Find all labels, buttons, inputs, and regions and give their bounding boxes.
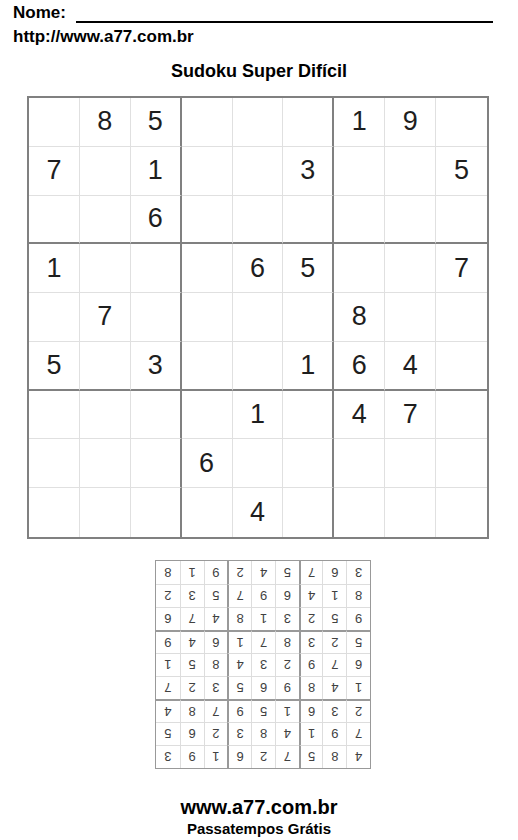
- puzzle-cell-r5c4[interactable]: [182, 293, 233, 342]
- puzzle-cell-r5c6[interactable]: [283, 293, 334, 342]
- site-url: http://www.a77.com.br: [13, 26, 194, 47]
- puzzle-cell-r7c3[interactable]: [131, 391, 182, 440]
- solution-cell-r9c4: 5: [275, 561, 299, 584]
- solution-cell-r5c7: 8: [204, 653, 228, 676]
- solution-cell-r9c9: 8: [156, 561, 180, 584]
- solution-cell-r3c7: 7: [204, 699, 228, 722]
- solution-cell-r1c6: 6: [227, 745, 251, 768]
- solution-cell-r4c7: 3: [204, 676, 228, 699]
- puzzle-cell-r2c7[interactable]: [334, 147, 385, 196]
- solution-cell-r4c9: 7: [156, 676, 180, 699]
- solution-cell-r2c7: 2: [204, 722, 228, 745]
- solution-cell-r1c2: 8: [322, 745, 346, 768]
- puzzle-cell-r7c1[interactable]: [29, 391, 80, 440]
- puzzle-cell-r6c9[interactable]: [436, 342, 487, 391]
- solution-cell-r8c1: 8: [346, 584, 370, 607]
- solution-cell-r4c2: 4: [322, 676, 346, 699]
- solution-cell-r5c4: 2: [275, 653, 299, 676]
- solution-cell-r8c9: 2: [156, 584, 180, 607]
- solution-cell-r5c1: 6: [346, 653, 370, 676]
- solution-cell-r5c8: 5: [180, 653, 204, 676]
- puzzle-cell-r7c5: 1: [233, 391, 284, 440]
- puzzle-cell-r6c8: 4: [385, 342, 436, 391]
- solution-cell-r8c7: 5: [204, 584, 228, 607]
- solution-cell-r2c4: 4: [275, 722, 299, 745]
- solution-cell-r4c3: 8: [299, 676, 323, 699]
- footer-url: www.a77.com.br: [0, 796, 518, 819]
- puzzle-cell-r2c3: 1: [131, 147, 182, 196]
- footer-tagline: Passatempos Grátis: [0, 820, 518, 837]
- solution-cell-r6c2: 2: [322, 630, 346, 653]
- puzzle-cell-r4c8[interactable]: [385, 244, 436, 293]
- puzzle-cell-r8c9[interactable]: [436, 439, 487, 488]
- solution-cell-r8c6: 7: [227, 584, 251, 607]
- solution-cell-r7c8: 7: [180, 607, 204, 630]
- solution-cell-r7c2: 5: [322, 607, 346, 630]
- puzzle-cell-r2c9: 5: [436, 147, 487, 196]
- puzzle-cell-r4c9: 7: [436, 244, 487, 293]
- solution-cell-r7c6: 8: [227, 607, 251, 630]
- puzzle-cell-r5c5[interactable]: [233, 293, 284, 342]
- solution-cell-r1c1: 4: [346, 745, 370, 768]
- puzzle-cell-r6c7: 6: [334, 342, 385, 391]
- sudoku-board: 8519713561657785316414764: [27, 96, 489, 539]
- puzzle-cell-r3c6[interactable]: [283, 196, 334, 245]
- solution-cell-r2c6: 3: [227, 722, 251, 745]
- solution-cell-r7c1: 9: [346, 607, 370, 630]
- puzzle-cell-r5c9[interactable]: [436, 293, 487, 342]
- puzzle-cell-r4c7[interactable]: [334, 244, 385, 293]
- solution-cell-r5c6: 4: [227, 653, 251, 676]
- puzzle-cell-r4c2[interactable]: [80, 244, 131, 293]
- solution-cell-r1c5: 2: [251, 745, 275, 768]
- puzzle-cell-r6c6: 1: [283, 342, 334, 391]
- puzzle-cell-r1c8: 9: [385, 98, 436, 147]
- puzzle-cell-r5c1[interactable]: [29, 293, 80, 342]
- solution-cell-r3c8: 8: [180, 699, 204, 722]
- solution-cell-r1c4: 7: [275, 745, 299, 768]
- puzzle-cell-r3c4[interactable]: [182, 196, 233, 245]
- puzzle-cell-r7c2[interactable]: [80, 391, 131, 440]
- puzzle-cell-r7c7: 4: [334, 391, 385, 440]
- solution-cell-r8c3: 4: [299, 584, 323, 607]
- solution-board-rotated: 4857261937914832652361597841489653276792…: [155, 560, 371, 769]
- solution-cell-r6c7: 6: [204, 630, 228, 653]
- solution-cell-r2c3: 1: [299, 722, 323, 745]
- puzzle-cell-r4c1: 1: [29, 244, 80, 293]
- puzzle-cell-r2c2[interactable]: [80, 147, 131, 196]
- solution-cell-r7c7: 4: [204, 607, 228, 630]
- solution-cell-r5c5: 3: [251, 653, 275, 676]
- puzzle-cell-r3c9[interactable]: [436, 196, 487, 245]
- puzzle-cell-r9c3[interactable]: [131, 488, 182, 537]
- puzzle-cell-r5c7: 8: [334, 293, 385, 342]
- solution-cell-r8c4: 6: [275, 584, 299, 607]
- puzzle-cell-r8c6[interactable]: [283, 439, 334, 488]
- puzzle-cell-r7c9[interactable]: [436, 391, 487, 440]
- puzzle-cell-r4c5: 6: [233, 244, 284, 293]
- solution-cell-r9c7: 9: [204, 561, 228, 584]
- solution-cell-r1c8: 9: [180, 745, 204, 768]
- solution-cell-r8c5: 9: [251, 584, 275, 607]
- solution-cell-r1c7: 1: [204, 745, 228, 768]
- solution-cell-r3c3: 6: [299, 699, 323, 722]
- solution-cell-r6c6: 1: [227, 630, 251, 653]
- solution-cell-r9c1: 3: [346, 561, 370, 584]
- puzzle-cell-r9c8[interactable]: [385, 488, 436, 537]
- puzzle-cell-r8c3[interactable]: [131, 439, 182, 488]
- puzzle-cell-r1c5[interactable]: [233, 98, 284, 147]
- puzzle-cell-r5c2: 7: [80, 293, 131, 342]
- solution-cell-r9c8: 1: [180, 561, 204, 584]
- puzzle-cell-r2c1: 7: [29, 147, 80, 196]
- puzzle-cell-r6c4[interactable]: [182, 342, 233, 391]
- puzzle-cell-r1c9[interactable]: [436, 98, 487, 147]
- puzzle-cell-r9c4[interactable]: [182, 488, 233, 537]
- solution-cell-r2c8: 6: [180, 722, 204, 745]
- solution-cell-r1c9: 3: [156, 745, 180, 768]
- puzzle-cell-r3c8[interactable]: [385, 196, 436, 245]
- puzzle-cell-r9c1[interactable]: [29, 488, 80, 537]
- solution-cell-r6c8: 4: [180, 630, 204, 653]
- solution-cell-r3c1: 2: [346, 699, 370, 722]
- solution-cell-r6c3: 3: [299, 630, 323, 653]
- puzzle-cell-r7c6[interactable]: [283, 391, 334, 440]
- solution-cell-r2c2: 9: [322, 722, 346, 745]
- solution-cell-r3c9: 4: [156, 699, 180, 722]
- solution-cell-r9c5: 4: [251, 561, 275, 584]
- puzzle-cell-r3c7[interactable]: [334, 196, 385, 245]
- solution-cell-r5c3: 9: [299, 653, 323, 676]
- puzzle-cell-r6c3: 3: [131, 342, 182, 391]
- puzzle-cell-r8c2[interactable]: [80, 439, 131, 488]
- puzzle-cell-r1c3: 5: [131, 98, 182, 147]
- puzzle-cell-r9c6[interactable]: [283, 488, 334, 537]
- puzzle-cell-r8c1[interactable]: [29, 439, 80, 488]
- name-row: Nome:: [13, 3, 493, 23]
- puzzle-cell-r9c9[interactable]: [436, 488, 487, 537]
- solution-cell-r6c1: 5: [346, 630, 370, 653]
- solution-cell-r9c6: 2: [227, 561, 251, 584]
- puzzle-cell-r8c8[interactable]: [385, 439, 436, 488]
- solution-cell-r8c2: 1: [322, 584, 346, 607]
- solution-cell-r4c8: 2: [180, 676, 204, 699]
- puzzle-cell-r5c8[interactable]: [385, 293, 436, 342]
- solution-cell-r7c3: 2: [299, 607, 323, 630]
- solution-cell-r4c5: 6: [251, 676, 275, 699]
- puzzle-cell-r8c7[interactable]: [334, 439, 385, 488]
- name-label: Nome:: [13, 3, 66, 23]
- solution-cell-r4c4: 9: [275, 676, 299, 699]
- puzzle-cell-r9c2[interactable]: [80, 488, 131, 537]
- solution-cell-r2c1: 7: [346, 722, 370, 745]
- puzzle-cell-r1c6[interactable]: [283, 98, 334, 147]
- puzzle-cell-r3c1[interactable]: [29, 196, 80, 245]
- solution-cell-r7c5: 1: [251, 607, 275, 630]
- solution-cell-r7c4: 3: [275, 607, 299, 630]
- solution-cell-r3c6: 9: [227, 699, 251, 722]
- puzzle-cell-r2c4[interactable]: [182, 147, 233, 196]
- solution-cell-r8c8: 3: [180, 584, 204, 607]
- puzzle-cell-r9c5: 4: [233, 488, 284, 537]
- puzzle-cell-r2c8[interactable]: [385, 147, 436, 196]
- puzzle-cell-r8c4: 6: [182, 439, 233, 488]
- solution-cell-r9c3: 7: [299, 561, 323, 584]
- puzzle-cell-r1c1[interactable]: [29, 98, 80, 147]
- puzzle-cell-r9c7[interactable]: [334, 488, 385, 537]
- name-input-line[interactable]: [76, 5, 493, 23]
- solution-cell-r7c9: 6: [156, 607, 180, 630]
- solution-cell-r5c2: 7: [322, 653, 346, 676]
- puzzle-cell-r1c7: 1: [334, 98, 385, 147]
- solution-cell-r6c5: 7: [251, 630, 275, 653]
- puzzle-cell-r4c4[interactable]: [182, 244, 233, 293]
- puzzle-cell-r5c3[interactable]: [131, 293, 182, 342]
- puzzle-cell-r3c3: 6: [131, 196, 182, 245]
- puzzle-cell-r3c5[interactable]: [233, 196, 284, 245]
- puzzle-cell-r3c2[interactable]: [80, 196, 131, 245]
- solution-cell-r2c9: 5: [156, 722, 180, 745]
- puzzle-cell-r4c6: 5: [283, 244, 334, 293]
- solution-cell-r4c6: 5: [227, 676, 251, 699]
- puzzle-cell-r1c4[interactable]: [182, 98, 233, 147]
- page-title: Sudoku Super Difícil: [0, 61, 518, 82]
- puzzle-cell-r6c2[interactable]: [80, 342, 131, 391]
- puzzle-cell-r7c4[interactable]: [182, 391, 233, 440]
- solution-cell-r5c9: 1: [156, 653, 180, 676]
- puzzle-cell-r2c5[interactable]: [233, 147, 284, 196]
- solution-cell-r3c5: 5: [251, 699, 275, 722]
- puzzle-cell-r2c6: 3: [283, 147, 334, 196]
- solution-cell-r1c3: 5: [299, 745, 323, 768]
- puzzle-cell-r7c8: 7: [385, 391, 436, 440]
- puzzle-cell-r4c3[interactable]: [131, 244, 182, 293]
- solution-cell-r4c1: 1: [346, 676, 370, 699]
- puzzle-cell-r8c5[interactable]: [233, 439, 284, 488]
- solution-cell-r6c9: 9: [156, 630, 180, 653]
- solution-cell-r2c5: 8: [251, 722, 275, 745]
- puzzle-cell-r1c2: 8: [80, 98, 131, 147]
- solution-cell-r6c4: 8: [275, 630, 299, 653]
- puzzle-cell-r6c1: 5: [29, 342, 80, 391]
- solution-cell-r3c4: 1: [275, 699, 299, 722]
- solution-cell-r3c2: 3: [322, 699, 346, 722]
- solution-cell-r9c2: 6: [322, 561, 346, 584]
- puzzle-cell-r6c5[interactable]: [233, 342, 284, 391]
